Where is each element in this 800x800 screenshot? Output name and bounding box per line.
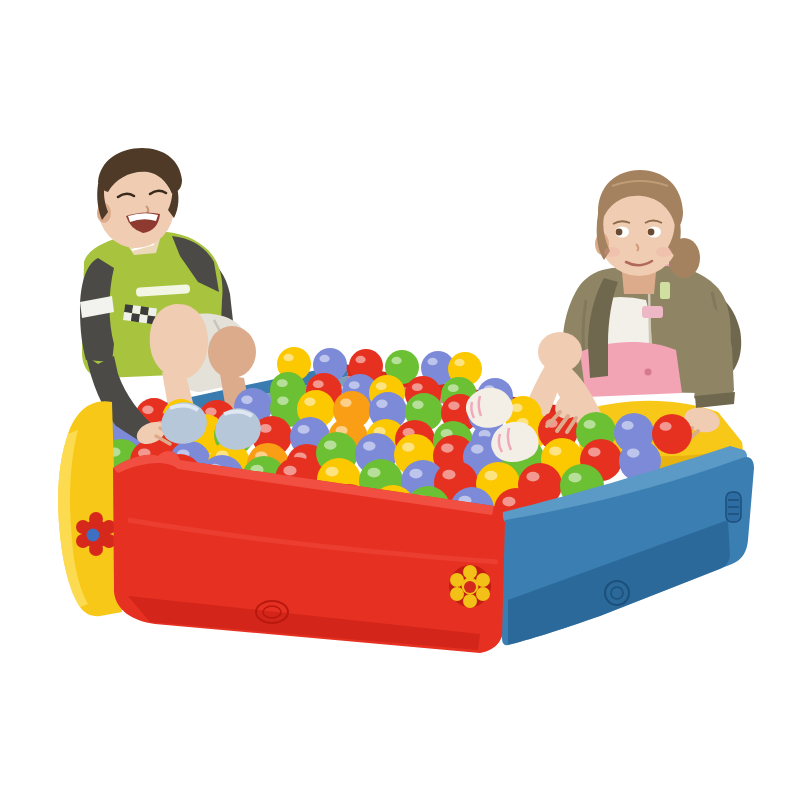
ball [652, 414, 692, 454]
ball-highlight [283, 466, 296, 476]
ball-highlight [526, 472, 539, 482]
ball-highlight [441, 443, 454, 452]
ball-highlight [549, 446, 562, 455]
ball-highlight [363, 441, 376, 450]
ball-highlight [367, 468, 380, 478]
ball-highlight [448, 402, 459, 410]
ball-highlight [584, 420, 596, 429]
ball-highlight [627, 448, 640, 457]
ball-highlight [241, 396, 252, 404]
ball-highlight [277, 379, 288, 387]
ball-highlight [260, 424, 272, 433]
left-corner-post [58, 401, 122, 616]
ball-highlight [298, 425, 310, 434]
ball-highlight [568, 473, 581, 483]
ball-highlight [588, 447, 601, 456]
ball-highlight [376, 382, 387, 390]
red-panel-knob-centre [464, 581, 476, 593]
ball-highlight [454, 359, 464, 366]
ball-highlight [391, 357, 401, 364]
ball-highlight [349, 381, 360, 389]
ball-highlight [622, 421, 634, 430]
girl-shorts-button [645, 369, 652, 376]
ball-highlight [511, 404, 522, 412]
ball-highlight [427, 358, 437, 365]
girl-iris-right [648, 229, 655, 236]
ball-highlight [484, 471, 497, 481]
ball-highlight [376, 400, 387, 408]
ball-highlight [304, 398, 315, 406]
ball-highlight [412, 401, 423, 409]
ball-pool-photo [0, 0, 800, 800]
photo-stage [0, 0, 800, 800]
girl-blush-left [604, 247, 620, 257]
ball-highlight [502, 497, 515, 507]
ball-highlight [324, 440, 337, 449]
girl-figure [520, 170, 741, 440]
ball-highlight [412, 383, 423, 391]
ball-highlight [355, 356, 365, 363]
ball-highlight [340, 399, 351, 407]
ball-highlight [448, 384, 459, 392]
ball-highlight [277, 397, 288, 405]
girl-iris-left [616, 229, 623, 236]
ball-highlight [313, 380, 324, 388]
girl-blush-right [656, 247, 672, 257]
left-post-knob-centre [87, 529, 100, 542]
ball-highlight [402, 442, 415, 451]
ball-highlight [142, 406, 153, 414]
ball-highlight [319, 355, 329, 362]
ball-highlight [283, 354, 293, 361]
girl-tag-patch [660, 282, 670, 299]
blue-panel-knob [726, 492, 741, 522]
ball-highlight [660, 422, 672, 431]
girl-flower-patch [642, 306, 663, 318]
ball-highlight [325, 467, 338, 477]
ball-highlight [442, 470, 455, 480]
girl-knee [538, 332, 582, 372]
ball-highlight [471, 444, 484, 453]
ball-highlight [409, 469, 422, 479]
boy-far-knee [208, 326, 256, 378]
